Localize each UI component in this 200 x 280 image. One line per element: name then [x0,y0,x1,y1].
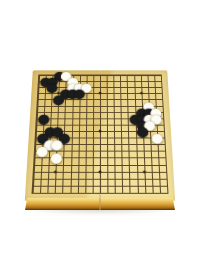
white-stone[interactable]: ● [52,140,62,149]
white-stone[interactable]: ● [37,146,48,155]
star-point [98,130,101,133]
black-stone[interactable]: ● [74,89,84,98]
black-stone[interactable]: ● [39,114,49,123]
board-grid[interactable]: ●●●●●●●●●●●●●●●●●●●●●●●●●●●●●●●●●● [32,75,169,194]
star-point [54,170,57,173]
star-point [99,92,102,95]
black-stone[interactable]: ● [47,83,57,91]
black-stone[interactable]: ● [53,95,63,104]
black-stone[interactable]: ● [137,127,147,136]
go-board-3d-wrapper: ●●●●●●●●●●●●●●●●●●●●●●●●●●●●●●●●●● [25,70,176,201]
white-stone[interactable]: ● [152,133,163,142]
white-stone[interactable]: ● [51,153,62,163]
photo-background: ●●●●●●●●●●●●●●●●●●●●●●●●●●●●●●●●●● [0,0,200,280]
star-point [98,170,101,173]
star-point [143,170,146,173]
board-side-edge [25,198,175,210]
go-board[interactable]: ●●●●●●●●●●●●●●●●●●●●●●●●●●●●●●●●●● [25,70,176,201]
star-point [140,92,143,95]
side-fold-seam [99,198,101,210]
